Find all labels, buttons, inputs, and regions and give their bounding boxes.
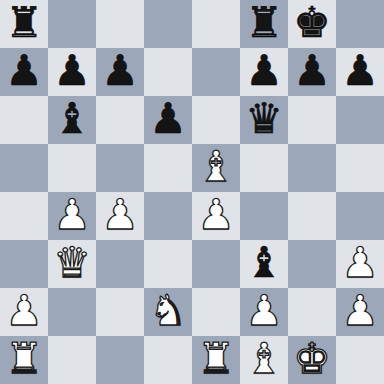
square-e1[interactable]: ♜	[192, 336, 240, 384]
square-f3[interactable]: ♝	[240, 240, 288, 288]
piece-black-bishop[interactable]: ♝	[53, 95, 91, 143]
square-c1[interactable]	[96, 336, 144, 384]
square-c6[interactable]	[96, 96, 144, 144]
piece-white-pawn[interactable]: ♟	[197, 191, 235, 239]
square-d2[interactable]: ♞	[144, 288, 192, 336]
piece-black-pawn[interactable]: ♟	[293, 47, 331, 95]
square-d6[interactable]: ♟	[144, 96, 192, 144]
square-e7[interactable]	[192, 48, 240, 96]
square-e8[interactable]	[192, 0, 240, 48]
square-a1[interactable]: ♜	[0, 336, 48, 384]
square-h3[interactable]: ♟	[336, 240, 384, 288]
square-a2[interactable]: ♟	[0, 288, 48, 336]
square-c2[interactable]	[96, 288, 144, 336]
piece-black-pawn[interactable]: ♟	[53, 47, 91, 95]
square-c5[interactable]	[96, 144, 144, 192]
square-d8[interactable]	[144, 0, 192, 48]
square-b5[interactable]	[48, 144, 96, 192]
square-f7[interactable]: ♟	[240, 48, 288, 96]
square-h8[interactable]	[336, 0, 384, 48]
square-e6[interactable]	[192, 96, 240, 144]
piece-white-king[interactable]: ♚	[293, 335, 331, 383]
square-f4[interactable]	[240, 192, 288, 240]
square-b2[interactable]	[48, 288, 96, 336]
square-a8[interactable]: ♜	[0, 0, 48, 48]
square-b6[interactable]: ♝	[48, 96, 96, 144]
piece-white-pawn[interactable]: ♟	[5, 287, 43, 335]
square-h2[interactable]: ♟	[336, 288, 384, 336]
square-d5[interactable]	[144, 144, 192, 192]
square-c8[interactable]	[96, 0, 144, 48]
square-h5[interactable]	[336, 144, 384, 192]
piece-white-pawn[interactable]: ♟	[341, 287, 379, 335]
square-g4[interactable]	[288, 192, 336, 240]
square-h6[interactable]	[336, 96, 384, 144]
square-b4[interactable]: ♟	[48, 192, 96, 240]
square-g7[interactable]: ♟	[288, 48, 336, 96]
piece-white-bishop[interactable]: ♝	[245, 335, 283, 383]
square-c7[interactable]: ♟	[96, 48, 144, 96]
square-c3[interactable]	[96, 240, 144, 288]
square-a5[interactable]	[0, 144, 48, 192]
square-b7[interactable]: ♟	[48, 48, 96, 96]
piece-white-rook[interactable]: ♜	[5, 335, 43, 383]
square-b8[interactable]	[48, 0, 96, 48]
piece-black-bishop[interactable]: ♝	[245, 239, 283, 287]
square-g1[interactable]: ♚	[288, 336, 336, 384]
chess-board: ♜♜♚♟♟♟♟♟♟♝♟♛♝♟♟♟♛♝♟♟♞♟♟♜♜♝♚	[0, 0, 384, 384]
square-a7[interactable]: ♟	[0, 48, 48, 96]
piece-white-pawn[interactable]: ♟	[245, 287, 283, 335]
square-b3[interactable]: ♛	[48, 240, 96, 288]
piece-white-pawn[interactable]: ♟	[53, 191, 91, 239]
piece-white-pawn[interactable]: ♟	[101, 191, 139, 239]
square-h1[interactable]	[336, 336, 384, 384]
piece-white-pawn[interactable]: ♟	[341, 239, 379, 287]
square-g6[interactable]	[288, 96, 336, 144]
piece-black-queen[interactable]: ♛	[245, 95, 283, 143]
piece-black-pawn[interactable]: ♟	[341, 47, 379, 95]
square-e4[interactable]: ♟	[192, 192, 240, 240]
square-c4[interactable]: ♟	[96, 192, 144, 240]
square-a3[interactable]	[0, 240, 48, 288]
square-d3[interactable]	[144, 240, 192, 288]
piece-black-rook[interactable]: ♜	[245, 0, 283, 47]
piece-black-pawn[interactable]: ♟	[149, 95, 187, 143]
square-f1[interactable]: ♝	[240, 336, 288, 384]
square-f5[interactable]	[240, 144, 288, 192]
square-d7[interactable]	[144, 48, 192, 96]
square-d1[interactable]	[144, 336, 192, 384]
piece-black-king[interactable]: ♚	[293, 0, 331, 47]
piece-black-rook[interactable]: ♜	[5, 0, 43, 47]
square-e2[interactable]	[192, 288, 240, 336]
piece-white-rook[interactable]: ♜	[197, 335, 235, 383]
square-f2[interactable]: ♟	[240, 288, 288, 336]
square-d4[interactable]	[144, 192, 192, 240]
square-a6[interactable]	[0, 96, 48, 144]
square-g2[interactable]	[288, 288, 336, 336]
square-g3[interactable]	[288, 240, 336, 288]
piece-white-queen[interactable]: ♛	[53, 239, 91, 287]
square-b1[interactable]	[48, 336, 96, 384]
square-h4[interactable]	[336, 192, 384, 240]
square-g8[interactable]: ♚	[288, 0, 336, 48]
square-f8[interactable]: ♜	[240, 0, 288, 48]
square-f6[interactable]: ♛	[240, 96, 288, 144]
square-a4[interactable]	[0, 192, 48, 240]
square-h7[interactable]: ♟	[336, 48, 384, 96]
piece-black-pawn[interactable]: ♟	[101, 47, 139, 95]
square-g5[interactable]	[288, 144, 336, 192]
square-e3[interactable]	[192, 240, 240, 288]
piece-black-pawn[interactable]: ♟	[5, 47, 43, 95]
piece-white-bishop[interactable]: ♝	[197, 143, 235, 191]
piece-black-pawn[interactable]: ♟	[245, 47, 283, 95]
square-e5[interactable]: ♝	[192, 144, 240, 192]
piece-white-knight[interactable]: ♞	[149, 287, 187, 335]
